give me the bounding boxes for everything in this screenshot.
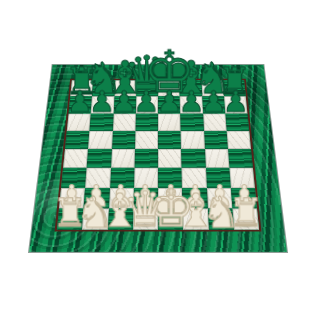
square-f5	[181, 131, 205, 149]
square-f6	[180, 113, 203, 131]
square-h7: ♟	[224, 96, 248, 113]
square-e4	[158, 149, 182, 168]
square-g7: ♟	[202, 96, 225, 113]
playing-area: ♜♞♝♛♚♝♞♜♟♟♟♟♟♟♟♟♟♟♟♟♟♟♟♟♜♞♝♛♚♝♞♜	[55, 79, 262, 232]
chessboard-scene: ♜♞♝♛♚♝♞♜♟♟♟♟♟♟♟♟♟♟♟♟♟♟♟♟♜♞♝♛♚♝♞♜	[42, 33, 274, 265]
square-e6	[158, 113, 181, 131]
square-g6	[203, 113, 227, 131]
square-a6	[67, 113, 91, 131]
square-c6	[112, 113, 135, 131]
square-d4	[134, 149, 158, 168]
square-f7: ♟	[180, 96, 203, 113]
square-g4	[205, 149, 230, 168]
chessboard-frame: ♜♞♝♛♚♝♞♜♟♟♟♟♟♟♟♟♟♟♟♟♟♟♟♟♜♞♝♛♚♝♞♜	[29, 65, 287, 252]
square-h5	[226, 131, 251, 149]
square-c5	[112, 131, 136, 149]
square-a5	[65, 131, 90, 149]
square-h4	[228, 149, 253, 168]
chessboard-grid: ♜♞♝♛♚♝♞♜♟♟♟♟♟♟♟♟♟♟♟♟♟♟♟♟♜♞♝♛♚♝♞♜	[57, 80, 259, 230]
piece-white-knight-g1: ♞	[202, 194, 241, 231]
square-b4	[87, 149, 112, 168]
square-b6	[90, 113, 114, 131]
square-g1: ♞	[207, 208, 233, 229]
square-d5	[135, 131, 158, 149]
square-g5	[204, 131, 228, 149]
square-c4	[111, 149, 135, 168]
square-d1: ♛	[133, 208, 158, 229]
square-h6	[225, 113, 249, 131]
square-e5	[158, 131, 181, 149]
square-d7: ♟	[136, 96, 158, 113]
piece-white-queen-d1: ♛	[123, 189, 167, 231]
piece-green-pawn-h7: ♟	[223, 89, 249, 114]
square-b5	[88, 131, 112, 149]
square-d6	[135, 113, 158, 131]
square-f4	[181, 149, 205, 168]
square-e7: ♟	[158, 96, 180, 113]
piece-white-knight-b1: ♞	[75, 194, 114, 231]
square-b1: ♞	[82, 208, 108, 229]
product-photo: ♜♞♝♛♚♝♞♜♟♟♟♟♟♟♟♟♟♟♟♟♟♟♟♟♜♞♝♛♚♝♞♜	[0, 0, 310, 310]
square-a4	[63, 149, 88, 168]
